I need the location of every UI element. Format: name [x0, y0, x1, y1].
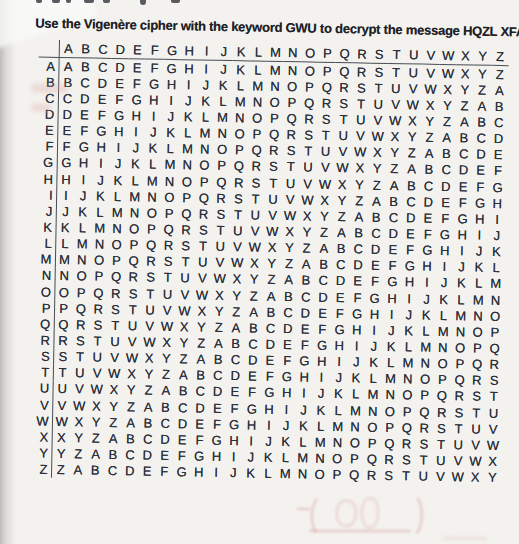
- tableau-cell: V: [422, 65, 440, 81]
- tableau-cell: Y: [333, 192, 351, 208]
- tableau-cell: O: [55, 284, 73, 300]
- tableau-cell: W: [158, 318, 176, 334]
- tableau-cell: D: [94, 75, 112, 91]
- tableau-cell: R: [107, 285, 125, 301]
- tableau-cell: E: [111, 75, 129, 91]
- tableau-cell: D: [121, 463, 139, 479]
- row-label-N: N: [35, 267, 56, 284]
- tableau-cell: C: [244, 336, 262, 352]
- tableau-cell: S: [54, 348, 72, 364]
- bleed-through-mark: [360, 497, 380, 529]
- tableau-cell: C: [262, 320, 280, 336]
- col-header-I: I: [198, 42, 216, 60]
- tableau-cell: Z: [70, 446, 88, 462]
- tableau-cell: K: [74, 203, 92, 219]
- tableau-cell: V: [229, 239, 247, 255]
- tableau-cell: E: [437, 194, 455, 210]
- tableau-cell: H: [75, 155, 93, 171]
- row-label-F: F: [37, 138, 58, 155]
- tableau-cell: V: [88, 365, 106, 381]
- tableau-cell: N: [346, 418, 364, 434]
- tableau-cell: G: [93, 123, 111, 139]
- tableau-cell: W: [70, 397, 88, 413]
- col-header-C: C: [94, 41, 112, 59]
- tableau-cell: C: [139, 431, 157, 447]
- tableau-cell: D: [244, 352, 262, 368]
- tableau-cell: U: [53, 381, 71, 397]
- tableau-cell: Y: [228, 287, 246, 303]
- tableau-cell: D: [437, 178, 455, 194]
- col-header-Y: Y: [474, 48, 492, 66]
- tableau-cell: Q: [72, 300, 90, 316]
- tableau-cell: V: [449, 453, 467, 469]
- tableau-cell: Z: [192, 335, 210, 351]
- tableau-cell: V: [484, 421, 502, 437]
- tableau-cell: T: [352, 96, 370, 112]
- tableau-cell: R: [398, 435, 416, 451]
- col-header-J: J: [215, 43, 233, 61]
- tableau-cell: E: [261, 352, 279, 368]
- tableau-cell: A: [438, 129, 456, 145]
- tableau-cell: F: [75, 123, 93, 139]
- tableau-cell: E: [138, 463, 156, 479]
- tableau-cell: Z: [421, 129, 439, 145]
- tableau-cell: M: [364, 386, 382, 402]
- tableau-cell: P: [318, 63, 336, 79]
- tableau-cell: G: [163, 60, 181, 76]
- tableau-cell: B: [420, 161, 438, 177]
- tableau-cell: Z: [157, 366, 175, 382]
- tableau-cell: H: [92, 139, 110, 155]
- tableau-cell: E: [384, 241, 402, 257]
- tableau-cell: C: [385, 209, 403, 225]
- tableau-cell: X: [228, 271, 246, 287]
- tableau-cell: N: [469, 308, 487, 324]
- tableau-cell: N: [161, 173, 179, 189]
- tableau-cell: I: [278, 401, 296, 417]
- tableau-cell: N: [91, 236, 109, 252]
- tableau-cell: S: [159, 253, 177, 269]
- tableau-cell: I: [436, 259, 454, 275]
- tableau-cell: V: [246, 223, 264, 239]
- tableau-cell: U: [71, 365, 89, 381]
- tableau-cell: E: [454, 178, 472, 194]
- tableau-cell: L: [126, 172, 144, 188]
- tableau-cell: G: [331, 321, 349, 337]
- tableau-cell: X: [246, 255, 264, 271]
- row-label-U: U: [32, 380, 53, 397]
- row-label-D: D: [37, 106, 58, 123]
- tableau-cell: D: [472, 146, 490, 162]
- tableau-cell: Q: [486, 340, 504, 356]
- tableau-cell: L: [417, 323, 435, 339]
- tableau-cell: M: [382, 371, 400, 387]
- tableau-cell: R: [72, 316, 90, 332]
- tableau-cell: Y: [193, 319, 211, 335]
- row-label-Z: Z: [31, 461, 52, 478]
- tableau-cell: K: [470, 259, 488, 275]
- tableau-cell: O: [346, 434, 364, 450]
- tableau-cell: G: [296, 353, 314, 369]
- tableau-cell: P: [178, 189, 196, 205]
- tableau-cell: C: [490, 114, 508, 130]
- tableau-cell: D: [314, 289, 332, 305]
- tableau-cell: F: [111, 91, 129, 107]
- tableau-cell: U: [159, 286, 177, 302]
- text-remnant-speck: [171, 0, 180, 3]
- tableau-cell: P: [381, 419, 399, 435]
- tableau-cell: T: [229, 206, 247, 222]
- row-label-M: M: [35, 251, 56, 268]
- tableau-cell: P: [363, 435, 381, 451]
- tableau-cell: R: [353, 63, 371, 79]
- tableau-cell: C: [209, 367, 227, 383]
- tableau-cell: K: [277, 433, 295, 449]
- tableau-cell: U: [370, 96, 388, 112]
- tableau-cell: X: [316, 192, 334, 208]
- tableau-cell: H: [180, 60, 198, 76]
- tableau-cell: K: [214, 77, 232, 93]
- tableau-cell: P: [55, 300, 73, 316]
- tableau-cell: Z: [333, 208, 351, 224]
- tableau-cell: N: [56, 268, 74, 284]
- tableau-cell: I: [92, 155, 110, 171]
- tableau-cell: M: [399, 355, 417, 371]
- tableau-cell: E: [419, 210, 437, 226]
- tableau-cell: Y: [484, 469, 502, 485]
- tableau-cell: B: [438, 146, 456, 162]
- tableau-cell: I: [383, 306, 401, 322]
- tableau-cell: Z: [105, 414, 123, 430]
- tableau-cell: V: [369, 112, 387, 128]
- tableau-cell: G: [243, 400, 261, 416]
- tableau-cell: A: [333, 224, 351, 240]
- tableau-cell: E: [191, 415, 209, 431]
- tableau-cell: Q: [345, 467, 363, 483]
- col-header-V: V: [422, 47, 440, 65]
- tableau-cell: I: [110, 140, 128, 156]
- tableau-cell: X: [466, 469, 484, 485]
- tableau-cell: K: [435, 291, 453, 307]
- tableau-cell: F: [296, 337, 314, 353]
- tableau-cell: F: [173, 447, 191, 463]
- col-header-D: D: [111, 41, 129, 59]
- tableau-cell: T: [159, 270, 177, 286]
- tableau-cell: T: [177, 254, 195, 270]
- row-label-T: T: [33, 364, 54, 381]
- col-header-T: T: [388, 46, 406, 64]
- tableau-cell: V: [176, 286, 194, 302]
- tableau-cell: M: [91, 220, 109, 236]
- tableau-cell: Y: [245, 271, 263, 287]
- col-header-G: G: [163, 42, 181, 60]
- tableau-cell: I: [400, 290, 418, 306]
- tableau-cell: G: [454, 210, 472, 226]
- tableau-cell: S: [195, 222, 213, 238]
- tableau-cell: I: [225, 448, 243, 464]
- tableau-cell: K: [400, 322, 418, 338]
- tableau-cell: O: [399, 387, 417, 403]
- tableau-cell: I: [365, 322, 383, 338]
- tableau-cell: W: [123, 350, 141, 366]
- row-label-C: C: [38, 90, 59, 107]
- tableau-cell: P: [90, 268, 108, 284]
- tableau-cell: H: [331, 337, 349, 353]
- tableau-cell: M: [452, 307, 470, 323]
- tableau-cell: Q: [195, 190, 213, 206]
- tableau-cell: H: [383, 290, 401, 306]
- tableau-cell: D: [367, 241, 385, 257]
- tableau-cell: R: [265, 142, 283, 158]
- tableau-cell: Q: [125, 253, 143, 269]
- tableau-cell: M: [161, 157, 179, 173]
- tableau-cell: U: [405, 64, 423, 80]
- tableau-cell: M: [470, 291, 488, 307]
- tableau-cell: A: [104, 430, 122, 446]
- tableau-cell: P: [213, 158, 231, 174]
- tableau-cell: A: [245, 303, 263, 319]
- tableau-cell: Z: [210, 319, 228, 335]
- tableau-cell: V: [404, 80, 422, 96]
- tableau-cell: E: [128, 59, 146, 75]
- tableau-cell: S: [450, 404, 468, 420]
- col-header-F: F: [146, 42, 164, 60]
- tableau-cell: R: [89, 301, 107, 317]
- tableau-cell: S: [485, 372, 503, 388]
- tableau-cell: W: [106, 365, 124, 381]
- tableau-cell: R: [415, 420, 433, 436]
- tableau-cell: X: [88, 397, 106, 413]
- tableau-cell: J: [453, 259, 471, 275]
- tableau-cell: E: [279, 336, 297, 352]
- tableau-cell: S: [282, 143, 300, 159]
- tableau-cell: Z: [122, 398, 140, 414]
- tableau-cell: N: [487, 292, 505, 308]
- tableau-cell: Z: [228, 303, 246, 319]
- tableau-cell: U: [211, 238, 229, 254]
- tableau-cell: L: [74, 220, 92, 236]
- tableau-cell: D: [420, 194, 438, 210]
- tableau-cell: J: [162, 108, 180, 124]
- tableau-cell: P: [231, 142, 249, 158]
- tableau-cell: H: [225, 432, 243, 448]
- tableau-cell: L: [214, 93, 232, 109]
- tableau-cell: N: [329, 434, 347, 450]
- tableau-cell: K: [488, 243, 506, 259]
- tableau-cell: B: [490, 98, 508, 114]
- tableau-cell: U: [334, 128, 352, 144]
- tableau-cell: P: [328, 466, 346, 482]
- tableau-cell: W: [439, 65, 457, 81]
- tableau-cell: K: [109, 172, 127, 188]
- tableau-cell: E: [156, 447, 174, 463]
- tableau-cell: Q: [265, 126, 283, 142]
- tableau-cell: V: [432, 468, 450, 484]
- tableau-cell: F: [146, 60, 164, 76]
- tableau-cell: M: [312, 434, 330, 450]
- tableau-cell: E: [93, 91, 111, 107]
- tableau-cell: K: [312, 402, 330, 418]
- tableau-cell: C: [76, 74, 94, 90]
- tableau-cell: Q: [90, 284, 108, 300]
- tableau-cell: B: [473, 114, 491, 130]
- tableau-cell: F: [489, 163, 507, 179]
- tableau-cell: H: [260, 401, 278, 417]
- tableau-cell: O: [231, 126, 249, 142]
- tableau-cell: Y: [87, 414, 105, 430]
- tableau-cell: R: [125, 269, 143, 285]
- tableau-cell: U: [247, 207, 265, 223]
- tableau-cell: K: [144, 140, 162, 156]
- tableau-cell: B: [157, 399, 175, 415]
- tableau-cell: T: [89, 333, 107, 349]
- tableau-cell: J: [127, 140, 145, 156]
- tableau-cell: O: [73, 268, 91, 284]
- tableau-cell: T: [335, 111, 353, 127]
- tableau-cell: K: [232, 61, 250, 77]
- tableau-cell: F: [436, 210, 454, 226]
- tableau-cell: O: [143, 205, 161, 221]
- tableau-cell: L: [91, 204, 109, 220]
- tableau-cell: C: [472, 130, 490, 146]
- tableau-cell: A: [368, 193, 386, 209]
- tableau-cell: J: [260, 433, 278, 449]
- tableau-cell: L: [364, 370, 382, 386]
- tableau-cell: G: [208, 432, 226, 448]
- tableau-cell: F: [454, 194, 472, 210]
- tableau-cell: L: [179, 125, 197, 141]
- tableau-cell: P: [125, 237, 143, 253]
- tableau-cell: T: [264, 175, 282, 191]
- tableau-cell: U: [450, 436, 468, 452]
- tableau-cell: V: [141, 318, 159, 334]
- tableau-cell: X: [263, 239, 281, 255]
- tableau-cell: F: [472, 178, 490, 194]
- tableau-cell: Q: [363, 451, 381, 467]
- tableau-cell: E: [402, 226, 420, 242]
- tableau-cell: N: [196, 141, 214, 157]
- tableau-cell: T: [124, 301, 142, 317]
- tableau-cell: J: [109, 156, 127, 172]
- tableau-cell: C: [121, 447, 139, 463]
- tableau-cell: H: [366, 306, 384, 322]
- tableau-cell: B: [280, 288, 298, 304]
- tableau-cell: W: [422, 81, 440, 97]
- tableau-cell: B: [385, 193, 403, 209]
- tableau-cell: R: [54, 332, 72, 348]
- tableau-cell: S: [89, 317, 107, 333]
- tableau-cell: U: [229, 222, 247, 238]
- tableau-cell: T: [415, 452, 433, 468]
- tableau-cell: K: [162, 124, 180, 140]
- tableau-cell: Q: [178, 205, 196, 221]
- tableau-cell: U: [176, 270, 194, 286]
- tableau-cell: G: [366, 290, 384, 306]
- tableau-cell: Y: [263, 255, 281, 271]
- tableau-cell: D: [174, 415, 192, 431]
- tableau-cell: V: [159, 302, 177, 318]
- tableau-cell: I: [488, 211, 506, 227]
- tableau-cell: S: [468, 388, 486, 404]
- tableau-cell: Y: [175, 334, 193, 350]
- tableau-cell: B: [403, 177, 421, 193]
- tableau-cell: S: [142, 269, 160, 285]
- tableau-cell: B: [174, 383, 192, 399]
- tableau-cell: S: [335, 95, 353, 111]
- tableau-cell: M: [144, 172, 162, 188]
- tableau-cell: Q: [160, 221, 178, 237]
- tableau-cell: R: [160, 237, 178, 253]
- col-header-L: L: [250, 43, 268, 61]
- row-label-I: I: [36, 187, 57, 204]
- tableau-cell: C: [104, 462, 122, 478]
- tableau-cell: V: [123, 334, 141, 350]
- tableau-cell: X: [484, 453, 502, 469]
- tableau-cell: O: [487, 308, 505, 324]
- tableau-cell: W: [141, 334, 159, 350]
- tableau-cell: I: [180, 76, 198, 92]
- tableau-cell: Y: [210, 303, 228, 319]
- tableau-cell: M: [294, 450, 312, 466]
- tableau-cell: W: [53, 413, 71, 429]
- tableau-cell: V: [299, 175, 317, 191]
- tableau-cell: Y: [70, 429, 88, 445]
- tableau-cell: X: [193, 303, 211, 319]
- tableau-cell: J: [74, 187, 92, 203]
- tableau-cell: G: [110, 107, 128, 123]
- tableau-cell: B: [455, 130, 473, 146]
- tableau-cell: C: [297, 288, 315, 304]
- tableau-cell: F: [128, 75, 146, 91]
- tableau-cell: T: [450, 420, 468, 436]
- tableau-cell: K: [417, 307, 435, 323]
- text-remnant-speck: [103, 0, 110, 3]
- tableau-cell: N: [214, 125, 232, 141]
- tableau-cell: L: [400, 339, 418, 355]
- tableau-cell: X: [298, 208, 316, 224]
- tableau-cell: R: [433, 404, 451, 420]
- tableau-cell: N: [249, 94, 267, 110]
- row-label-B: B: [38, 74, 59, 91]
- tableau-cell: M: [73, 236, 91, 252]
- tableau-cell: S: [107, 301, 125, 317]
- tableau-cell: K: [365, 354, 383, 370]
- tableau-cell: Q: [107, 269, 125, 285]
- tableau-cell: Y: [474, 66, 492, 82]
- tableau-cell: D: [455, 162, 473, 178]
- tableau-cell: N: [126, 204, 144, 220]
- tableau-cell: W: [484, 437, 502, 453]
- tableau-cell: A: [122, 414, 140, 430]
- tableau-cell: O: [90, 252, 108, 268]
- tableau-cell: J: [225, 465, 243, 481]
- tableau-cell: U: [317, 143, 335, 159]
- tableau-cell: K: [382, 338, 400, 354]
- tableau-cell: I: [145, 108, 163, 124]
- tableau-cell: Y: [316, 208, 334, 224]
- tableau-cell: V: [106, 349, 124, 365]
- tableau-cell: M: [249, 78, 267, 94]
- tableau-cell: Z: [315, 224, 333, 240]
- tableau-cell: S: [230, 190, 248, 206]
- tableau-cell: G: [225, 416, 243, 432]
- tableau-cell: D: [384, 225, 402, 241]
- tableau-cell: X: [105, 382, 123, 398]
- tableau-cell: C: [227, 352, 245, 368]
- tableau-cell: D: [349, 257, 367, 273]
- row-label-K: K: [35, 219, 56, 236]
- tableau-cell: L: [56, 235, 74, 251]
